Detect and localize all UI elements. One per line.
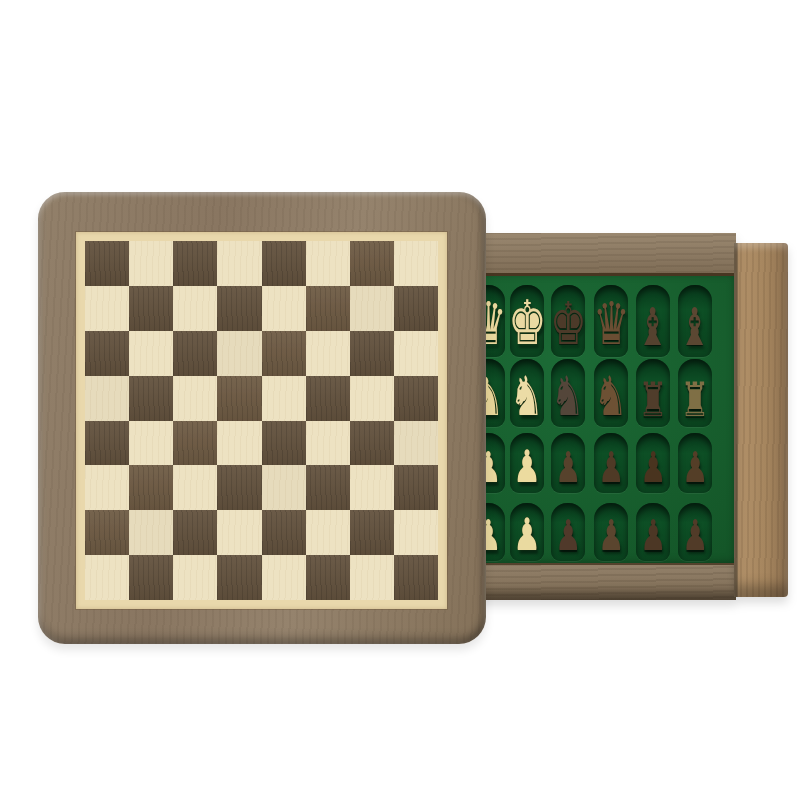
piece-drawer[interactable]: ♛♚♚♛♝♝♞♞♞♞♜♜♟♟♟♟♟♟♟♟♟♟♟♟ — [455, 233, 788, 598]
board-square — [129, 510, 173, 555]
board-square — [262, 286, 306, 331]
tray-piece-wP[interactable]: ♟ — [513, 513, 541, 561]
board-border — [76, 232, 447, 609]
tray-piece-bP[interactable]: ♟ — [598, 515, 624, 561]
board-square — [394, 331, 438, 376]
tray-piece-bP[interactable]: ♟ — [682, 447, 708, 493]
board-square — [350, 510, 394, 555]
board-square — [129, 376, 173, 421]
board-square — [217, 555, 261, 600]
piece-slot: ♟ — [636, 433, 670, 493]
piece-slot: ♟ — [594, 503, 628, 561]
board-square — [173, 510, 217, 555]
board-square — [217, 331, 261, 376]
piece-slot: ♜ — [636, 359, 670, 427]
board-square — [262, 465, 306, 510]
tray-piece-bN[interactable]: ♞ — [594, 369, 628, 427]
piece-slot: ♛ — [594, 285, 628, 357]
tray-piece-wP[interactable]: ♟ — [513, 445, 541, 493]
piece-slot: ♜ — [678, 359, 712, 427]
board-square — [85, 286, 129, 331]
piece-slot: ♟ — [678, 433, 712, 493]
board-square — [306, 286, 350, 331]
board-square — [85, 376, 129, 421]
board-square — [129, 241, 173, 286]
drawer-top-rail — [455, 233, 736, 276]
board-square — [394, 286, 438, 331]
board-square — [394, 510, 438, 555]
board-square — [350, 555, 394, 600]
board-square — [217, 421, 261, 466]
piece-slot: ♟ — [678, 503, 712, 561]
board-square — [85, 555, 129, 600]
tray-piece-bR[interactable]: ♜ — [638, 376, 667, 427]
board-square — [262, 421, 306, 466]
piece-slot: ♞ — [510, 359, 544, 427]
board-square — [173, 555, 217, 600]
board-square — [217, 286, 261, 331]
piece-slot: ♞ — [594, 359, 628, 427]
tray-piece-bP[interactable]: ♟ — [598, 447, 624, 493]
tray-piece-bB[interactable]: ♝ — [679, 302, 711, 357]
piece-slot: ♝ — [636, 285, 670, 357]
board-square — [394, 241, 438, 286]
board-square — [217, 465, 261, 510]
board-square — [217, 241, 261, 286]
tray-piece-wN[interactable]: ♞ — [510, 369, 544, 427]
board-square — [350, 376, 394, 421]
board-square — [306, 465, 350, 510]
drawer-front-panel[interactable] — [734, 243, 788, 597]
board-square — [129, 286, 173, 331]
board-square — [129, 465, 173, 510]
piece-slot: ♟ — [510, 433, 544, 493]
board-square — [85, 510, 129, 555]
board-square — [394, 555, 438, 600]
board-square — [85, 421, 129, 466]
product-photo-scene: ♛♚♚♛♝♝♞♞♞♞♜♜♟♟♟♟♟♟♟♟♟♟♟♟ — [0, 0, 800, 800]
board-square — [350, 286, 394, 331]
board-square — [129, 421, 173, 466]
piece-slot: ♚ — [551, 285, 585, 357]
board-square — [306, 241, 350, 286]
board-square — [129, 555, 173, 600]
board-square — [262, 555, 306, 600]
board-square — [217, 376, 261, 421]
board-square — [350, 421, 394, 466]
board-square — [85, 465, 129, 510]
tray-piece-bP[interactable]: ♟ — [640, 447, 666, 493]
board-square — [306, 510, 350, 555]
board-square — [394, 465, 438, 510]
board-square — [394, 376, 438, 421]
board-square — [394, 421, 438, 466]
tray-piece-bR[interactable]: ♜ — [680, 376, 709, 427]
board-square — [173, 331, 217, 376]
board-square — [350, 465, 394, 510]
board-square — [173, 241, 217, 286]
piece-slot: ♚ — [510, 285, 544, 357]
tray-piece-bP[interactable]: ♟ — [555, 515, 581, 561]
board-square — [173, 421, 217, 466]
board-square — [262, 241, 306, 286]
board-square — [85, 331, 129, 376]
chess-board — [85, 241, 438, 600]
board-square — [306, 331, 350, 376]
board-square — [173, 465, 217, 510]
piece-slot: ♟ — [510, 503, 544, 561]
piece-slot: ♟ — [551, 433, 585, 493]
board-square — [262, 510, 306, 555]
tray-piece-bP[interactable]: ♟ — [640, 515, 666, 561]
board-square — [173, 286, 217, 331]
board-square — [129, 331, 173, 376]
tray-piece-bK[interactable]: ♚ — [550, 294, 587, 357]
board-square — [306, 555, 350, 600]
board-square — [217, 510, 261, 555]
drawer-bottom-rail — [455, 563, 736, 600]
board-square — [173, 376, 217, 421]
piece-slot: ♟ — [594, 433, 628, 493]
board-square — [350, 241, 394, 286]
board-square — [262, 331, 306, 376]
tray-piece-wK[interactable]: ♚ — [508, 292, 546, 357]
board-square — [350, 331, 394, 376]
chess-board-box — [38, 192, 486, 644]
board-square — [306, 421, 350, 466]
board-square — [306, 376, 350, 421]
piece-slot: ♟ — [636, 503, 670, 561]
board-square — [85, 241, 129, 286]
board-square — [262, 376, 306, 421]
tray-piece-bP[interactable]: ♟ — [682, 515, 708, 561]
tray-piece-bN[interactable]: ♞ — [551, 369, 585, 427]
piece-slot: ♞ — [551, 359, 585, 427]
piece-slot: ♝ — [678, 285, 712, 357]
tray-piece-bB[interactable]: ♝ — [637, 302, 669, 357]
tray-piece-bQ[interactable]: ♛ — [593, 294, 630, 357]
piece-slot: ♟ — [551, 503, 585, 561]
tray-piece-bP[interactable]: ♟ — [555, 447, 581, 493]
